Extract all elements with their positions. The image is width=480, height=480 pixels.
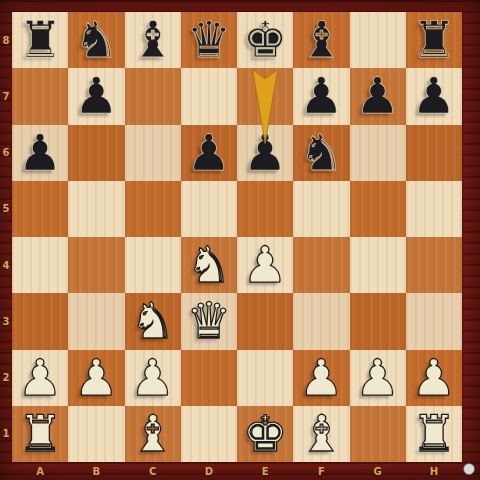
square-e5[interactable] bbox=[237, 181, 293, 237]
piece-black-pawn-b7[interactable]: ♟ bbox=[74, 71, 119, 121]
file-label-e: E bbox=[237, 462, 293, 480]
file-label-c: C bbox=[125, 462, 181, 480]
square-h4[interactable] bbox=[406, 237, 462, 293]
piece-white-knight-d4[interactable]: ♞ bbox=[186, 240, 231, 290]
rank-label-4: 4 bbox=[0, 237, 12, 293]
square-e4[interactable]: ♟ bbox=[237, 237, 293, 293]
square-d2[interactable] bbox=[181, 350, 237, 406]
piece-black-pawn-e6[interactable]: ♟ bbox=[243, 128, 288, 178]
square-a1[interactable]: ♜ bbox=[12, 406, 68, 462]
square-f7[interactable]: ♟ bbox=[293, 68, 349, 124]
piece-white-queen-d3[interactable]: ♛ bbox=[186, 296, 231, 346]
square-d5[interactable] bbox=[181, 181, 237, 237]
square-f1[interactable]: ♝ bbox=[293, 406, 349, 462]
square-g4[interactable] bbox=[350, 237, 406, 293]
piece-white-knight-c3[interactable]: ♞ bbox=[130, 296, 175, 346]
piece-white-pawn-c2[interactable]: ♟ bbox=[130, 353, 175, 403]
square-b2[interactable]: ♟ bbox=[68, 350, 124, 406]
chess-board-frame: 87654321 ♜♞♝♛♚♝♜♟♟♟♟♟♟♟♞♞♟♞♛♟♟♟♟♟♟♜♝♚♝♜ … bbox=[0, 0, 480, 480]
square-c7[interactable] bbox=[125, 68, 181, 124]
square-f6[interactable]: ♞ bbox=[293, 125, 349, 181]
square-h6[interactable] bbox=[406, 125, 462, 181]
piece-white-rook-a1[interactable]: ♜ bbox=[18, 409, 63, 459]
square-c2[interactable]: ♟ bbox=[125, 350, 181, 406]
rank-label-3: 3 bbox=[0, 293, 12, 349]
piece-white-pawn-a2[interactable]: ♟ bbox=[18, 353, 63, 403]
square-f4[interactable] bbox=[293, 237, 349, 293]
square-d6[interactable]: ♟ bbox=[181, 125, 237, 181]
square-f2[interactable]: ♟ bbox=[293, 350, 349, 406]
rank-label-6: 6 bbox=[0, 125, 12, 181]
square-d7[interactable] bbox=[181, 68, 237, 124]
file-label-h: H bbox=[406, 462, 462, 480]
square-b4[interactable] bbox=[68, 237, 124, 293]
square-h3[interactable] bbox=[406, 293, 462, 349]
square-e7[interactable] bbox=[237, 68, 293, 124]
piece-white-pawn-f2[interactable]: ♟ bbox=[299, 353, 344, 403]
file-label-d: D bbox=[181, 462, 237, 480]
square-c4[interactable] bbox=[125, 237, 181, 293]
piece-black-pawn-d6[interactable]: ♟ bbox=[186, 128, 231, 178]
piece-white-bishop-c1[interactable]: ♝ bbox=[130, 409, 175, 459]
piece-black-bishop-c8[interactable]: ♝ bbox=[130, 15, 175, 65]
square-c3[interactable]: ♞ bbox=[125, 293, 181, 349]
square-g5[interactable] bbox=[350, 181, 406, 237]
piece-white-pawn-b2[interactable]: ♟ bbox=[74, 353, 119, 403]
square-h8[interactable]: ♜ bbox=[406, 12, 462, 68]
piece-black-rook-h8[interactable]: ♜ bbox=[411, 15, 456, 65]
piece-black-queen-d8[interactable]: ♛ bbox=[186, 15, 231, 65]
square-c5[interactable] bbox=[125, 181, 181, 237]
piece-black-bishop-f8[interactable]: ♝ bbox=[299, 15, 344, 65]
square-b1[interactable] bbox=[68, 406, 124, 462]
square-g2[interactable]: ♟ bbox=[350, 350, 406, 406]
square-c8[interactable]: ♝ bbox=[125, 12, 181, 68]
piece-white-pawn-h2[interactable]: ♟ bbox=[411, 353, 456, 403]
square-b6[interactable] bbox=[68, 125, 124, 181]
square-b5[interactable] bbox=[68, 181, 124, 237]
square-h5[interactable] bbox=[406, 181, 462, 237]
rank-label-8: 8 bbox=[0, 12, 12, 68]
file-label-b: B bbox=[68, 462, 124, 480]
square-g7[interactable]: ♟ bbox=[350, 68, 406, 124]
rank-labels: 87654321 bbox=[0, 12, 12, 462]
square-g8[interactable] bbox=[350, 12, 406, 68]
square-d8[interactable]: ♛ bbox=[181, 12, 237, 68]
square-f5[interactable] bbox=[293, 181, 349, 237]
square-f3[interactable] bbox=[293, 293, 349, 349]
square-d3[interactable]: ♛ bbox=[181, 293, 237, 349]
file-labels: ABCDEFGH bbox=[12, 462, 462, 480]
square-b7[interactable]: ♟ bbox=[68, 68, 124, 124]
side-to-move-indicator bbox=[464, 464, 475, 475]
square-c6[interactable] bbox=[125, 125, 181, 181]
square-a5[interactable] bbox=[12, 181, 68, 237]
square-e6[interactable]: ♟ bbox=[237, 125, 293, 181]
rank-label-7: 7 bbox=[0, 68, 12, 124]
piece-white-pawn-e4[interactable]: ♟ bbox=[243, 240, 288, 290]
piece-black-king-e8[interactable]: ♚ bbox=[243, 15, 288, 65]
square-a4[interactable] bbox=[12, 237, 68, 293]
square-h7[interactable]: ♟ bbox=[406, 68, 462, 124]
square-e2[interactable] bbox=[237, 350, 293, 406]
square-a3[interactable] bbox=[12, 293, 68, 349]
chess-board[interactable]: ♜♞♝♛♚♝♜♟♟♟♟♟♟♟♞♞♟♞♛♟♟♟♟♟♟♜♝♚♝♜ bbox=[12, 12, 462, 462]
piece-black-pawn-g7[interactable]: ♟ bbox=[355, 71, 400, 121]
rank-label-5: 5 bbox=[0, 181, 12, 237]
piece-white-pawn-g2[interactable]: ♟ bbox=[355, 353, 400, 403]
square-d1[interactable] bbox=[181, 406, 237, 462]
square-h1[interactable]: ♜ bbox=[406, 406, 462, 462]
square-a6[interactable]: ♟ bbox=[12, 125, 68, 181]
piece-white-rook-h1[interactable]: ♜ bbox=[411, 409, 456, 459]
square-a2[interactable]: ♟ bbox=[12, 350, 68, 406]
square-g1[interactable] bbox=[350, 406, 406, 462]
square-b3[interactable] bbox=[68, 293, 124, 349]
rank-label-1: 1 bbox=[0, 406, 12, 462]
piece-white-king-e1[interactable]: ♚ bbox=[243, 409, 288, 459]
square-a8[interactable]: ♜ bbox=[12, 12, 68, 68]
square-d4[interactable]: ♞ bbox=[181, 237, 237, 293]
rank-label-2: 2 bbox=[0, 350, 12, 406]
square-g3[interactable] bbox=[350, 293, 406, 349]
square-b8[interactable]: ♞ bbox=[68, 12, 124, 68]
piece-black-rook-a8[interactable]: ♜ bbox=[18, 15, 63, 65]
piece-black-pawn-a6[interactable]: ♟ bbox=[18, 128, 63, 178]
square-a7[interactable] bbox=[12, 68, 68, 124]
file-label-f: F bbox=[293, 462, 349, 480]
file-label-g: G bbox=[350, 462, 406, 480]
square-g6[interactable] bbox=[350, 125, 406, 181]
piece-black-knight-b8[interactable]: ♞ bbox=[74, 15, 119, 65]
square-e3[interactable] bbox=[237, 293, 293, 349]
piece-black-pawn-h7[interactable]: ♟ bbox=[411, 71, 456, 121]
file-label-a: A bbox=[12, 462, 68, 480]
square-e1[interactable]: ♚ bbox=[237, 406, 293, 462]
square-f8[interactable]: ♝ bbox=[293, 12, 349, 68]
piece-white-bishop-f1[interactable]: ♝ bbox=[299, 409, 344, 459]
piece-black-pawn-f7[interactable]: ♟ bbox=[299, 71, 344, 121]
square-e8[interactable]: ♚ bbox=[237, 12, 293, 68]
square-c1[interactable]: ♝ bbox=[125, 406, 181, 462]
piece-black-knight-f6[interactable]: ♞ bbox=[299, 128, 344, 178]
square-h2[interactable]: ♟ bbox=[406, 350, 462, 406]
